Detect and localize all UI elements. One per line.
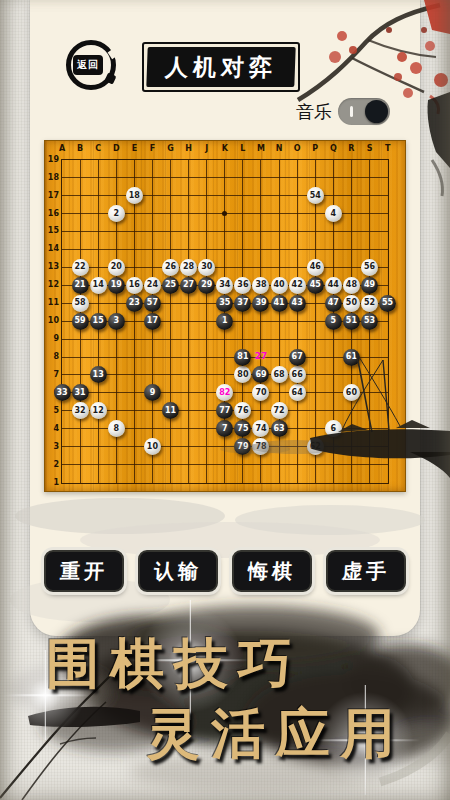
stone-35: 35 [216,295,233,312]
stone-23: 23 [126,295,143,312]
stone-31: 31 [72,384,89,401]
caption-line-2: 灵活应用 [146,706,406,760]
row-label: 13 [46,262,59,272]
stone-14: 14 [90,277,107,294]
capture-marker: 27 [252,351,270,363]
column-label: Q [327,144,339,154]
row-label: 2 [46,460,59,470]
column-label: B [74,144,86,154]
stone-18: 18 [126,187,143,204]
back-button-label: 返回 [73,55,103,75]
stone-50: 50 [343,295,360,312]
back-button[interactable]: 返回 [66,40,116,90]
action-button-label: 虚手 [341,558,390,585]
action-button-2[interactable]: 认输 [138,550,218,592]
row-label: 8 [46,352,59,362]
column-label: K [219,144,231,154]
column-label: M [255,144,267,154]
toggle-knob [365,100,388,123]
column-label: L [237,144,249,154]
column-label: H [183,144,195,154]
stone-27: 27 [180,277,197,294]
stone-64: 64 [289,384,306,401]
stone-42: 42 [289,277,306,294]
stone-34: 34 [216,277,233,294]
row-label: 12 [46,280,59,290]
red-seal-icon [424,0,450,34]
column-label: N [273,144,285,154]
row-label: 7 [46,370,59,380]
stone-67: 67 [289,349,306,366]
grid-line [62,357,388,358]
grid-line [62,195,388,196]
music-setting: 音乐 [296,98,390,125]
column-label: C [92,144,104,154]
stone-63: 63 [271,420,288,437]
row-label: 15 [46,226,59,236]
stone-29: 29 [198,277,215,294]
stone-4: 4 [325,205,342,222]
row-label: 11 [46,298,59,308]
stone-2: 2 [108,205,125,222]
row-label: 5 [46,406,59,416]
row-label: 4 [46,424,59,434]
toggle-on-mark-icon [350,106,353,117]
stone-17: 17 [144,313,161,330]
column-label: S [364,144,376,154]
action-bar: 重开认输悔棋虚手 [44,550,406,592]
stone-37: 37 [234,295,251,312]
app-screen: 返回 人机对弈 音乐 ABCDEFGHJKLMNOPQRST1918171615… [0,0,450,800]
title-frame: 人机对弈 [142,42,300,92]
row-label: 16 [46,209,59,219]
stone-51: 51 [343,313,360,330]
stone-43: 43 [289,295,306,312]
grid-line [62,249,388,250]
stone-45: 45 [307,277,324,294]
column-label: G [165,144,177,154]
stone-25: 25 [162,277,179,294]
grid-line [62,446,388,447]
stone-68: 68 [271,366,288,383]
row-label: 1 [46,478,59,488]
stone-56: 56 [361,259,378,276]
go-board-grid[interactable]: ABCDEFGHJKLMNOPQRST191817161514131211109… [45,141,405,491]
stone-62: 62 [307,438,324,455]
row-label: 10 [46,316,59,326]
row-label: 19 [46,155,59,165]
column-label: A [56,144,68,154]
stone-52: 52 [361,295,378,312]
column-label: F [146,144,158,154]
column-label: T [382,144,394,154]
stone-8: 8 [108,420,125,437]
row-label: 3 [46,442,59,452]
stone-22: 22 [72,259,89,276]
stone-15: 15 [90,313,107,330]
stone-20: 20 [108,259,125,276]
column-label: J [201,144,213,154]
stone-40: 40 [271,277,288,294]
action-button-3[interactable]: 悔棋 [232,550,312,592]
stone-61: 61 [343,349,360,366]
action-button-label: 悔棋 [247,558,296,585]
stone-54: 54 [307,187,324,204]
column-label: E [128,144,140,154]
page-title: 人机对弈 [146,47,295,87]
column-label: D [110,144,122,154]
stone-72: 72 [271,402,288,419]
stone-5: 5 [325,313,342,330]
row-label: 17 [46,191,59,201]
stone-47: 47 [325,295,342,312]
stone-19: 19 [108,277,125,294]
stone-30: 30 [198,259,215,276]
grid-line [62,177,388,178]
go-board: ABCDEFGHJKLMNOPQRST191817161514131211109… [44,140,406,492]
stone-44: 44 [325,277,342,294]
row-label: 18 [46,173,59,183]
stone-59: 59 [72,313,89,330]
stone-28: 28 [180,259,197,276]
stone-32: 32 [72,402,89,419]
stone-33: 33 [54,384,71,401]
stone-49: 49 [361,277,378,294]
stone-21: 21 [72,277,89,294]
stone-12: 12 [90,402,107,419]
stone-53: 53 [361,313,378,330]
grid-line [62,464,388,465]
action-button-label: 重开 [59,558,108,585]
grid-line [62,374,388,375]
caption-line-1: 围棋技巧 [46,636,302,690]
stone-55: 55 [379,295,396,312]
stone-3: 3 [108,313,125,330]
stone-26: 26 [162,259,179,276]
action-button-label: 认输 [153,558,202,585]
stone-16: 16 [126,277,143,294]
music-label: 音乐 [296,100,332,124]
row-label: 14 [46,244,59,254]
music-toggle[interactable] [338,98,390,125]
row-label: 9 [46,334,59,344]
stone-57: 57 [144,295,161,312]
stone-46: 46 [307,259,324,276]
grid-line [62,339,388,340]
column-label: R [345,144,357,154]
grid-line [62,231,388,232]
stone-81: 81 [234,349,251,366]
column-label: P [309,144,321,154]
stone-1: 1 [216,313,233,330]
stone-41: 41 [271,295,288,312]
stone-58: 58 [72,295,89,312]
action-button-1[interactable]: 重开 [44,550,124,592]
action-button-4[interactable]: 虚手 [326,550,406,592]
stone-48: 48 [343,277,360,294]
stone-24: 24 [144,277,161,294]
column-label: O [291,144,303,154]
